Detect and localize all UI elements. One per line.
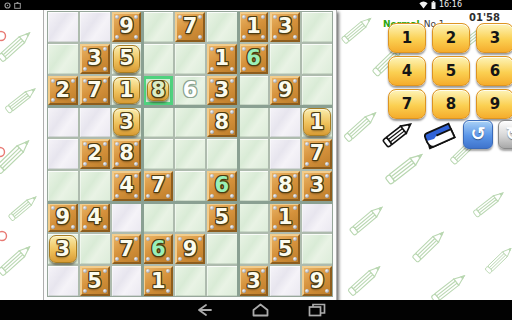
- cell-r1c8[interactable]: 3: [270, 12, 300, 42]
- given-number-plate: 9: [112, 12, 142, 42]
- given-number-plate: 9: [48, 203, 78, 233]
- cell-r2c6[interactable]: 1: [207, 44, 237, 74]
- screw-ornament: [115, 257, 119, 261]
- screw-ornament: [134, 194, 138, 198]
- screw-ornament: [325, 142, 329, 146]
- cell-r8c2[interactable]: [80, 234, 110, 264]
- screw-ornament: [273, 194, 277, 198]
- cell-value: 3: [119, 112, 134, 133]
- cell-value: 5: [278, 239, 293, 260]
- cell-r9c3[interactable]: [112, 266, 142, 296]
- screw-ornament: [83, 47, 87, 51]
- numpad-button-3[interactable]: 3: [476, 23, 512, 53]
- cell-r6c9[interactable]: 3: [302, 171, 332, 201]
- screw-ornament: [305, 269, 309, 273]
- cell-r6c5[interactable]: [175, 171, 205, 201]
- cell-value: 4: [87, 207, 102, 228]
- cell-r4c3[interactable]: 3: [112, 107, 142, 137]
- screw-ornament: [293, 257, 297, 261]
- cell-r4c5[interactable]: [175, 107, 205, 137]
- given-number-plate: 5: [207, 203, 237, 233]
- box-separator-horizontal: [48, 105, 332, 108]
- screw-ornament: [166, 174, 170, 178]
- screw-ornament: [83, 67, 87, 71]
- screw-ornament: [273, 206, 277, 210]
- user-number-tile: 8: [147, 80, 169, 102]
- screw-ornament: [198, 35, 202, 39]
- user-number-tile: 1: [113, 77, 141, 105]
- screw-ornament: [230, 194, 234, 198]
- screw-ornament: [325, 194, 329, 198]
- given-number-plate: 8: [207, 107, 237, 137]
- screw-ornament: [166, 257, 170, 261]
- screw-ornament: [51, 225, 55, 229]
- screw-ornament: [210, 67, 214, 71]
- cell-r5c9[interactable]: 7: [302, 139, 332, 169]
- cell-r1c4[interactable]: [143, 12, 173, 42]
- screw-ornament: [134, 162, 138, 166]
- screw-ornament: [230, 79, 234, 83]
- cell-r2c9[interactable]: [302, 44, 332, 74]
- screw-ornament: [273, 35, 277, 39]
- cell-value: 3: [310, 175, 325, 196]
- red-ring-doodle: [0, 146, 6, 158]
- given-number-plate: 7: [143, 171, 173, 201]
- screw-ornament: [242, 15, 246, 19]
- cell-r5c3[interactable]: 8: [112, 139, 142, 169]
- screw-ornament: [293, 98, 297, 102]
- back-icon: [194, 303, 213, 317]
- cell-r8c6[interactable]: [207, 234, 237, 264]
- screw-ornament: [134, 237, 138, 241]
- given-number-plate: 2: [80, 139, 110, 169]
- screw-ornament: [261, 289, 265, 293]
- screw-ornament: [103, 47, 107, 51]
- cell-r5c7[interactable]: [239, 139, 269, 169]
- screw-ornament: [273, 225, 277, 229]
- status-clock: 16:16: [439, 1, 462, 9]
- screw-ornament: [305, 174, 309, 178]
- screw-ornament: [261, 269, 265, 273]
- recents-button[interactable]: [308, 303, 326, 317]
- given-number-plate: 5: [270, 234, 300, 264]
- numpad-button-4[interactable]: 4: [388, 56, 426, 86]
- cell-value: 5: [214, 207, 229, 228]
- cell-r9c6[interactable]: [207, 266, 237, 296]
- screw-ornament: [146, 194, 150, 198]
- sudoku-grid: 971335162718639381287476839451376955139: [47, 11, 333, 297]
- cell-value: 3: [87, 48, 102, 69]
- screw-ornament: [273, 257, 277, 261]
- screw-ornament: [83, 162, 87, 166]
- cell-r7c6[interactable]: 5: [207, 203, 237, 233]
- screw-ornament: [51, 98, 55, 102]
- screw-ornament: [83, 269, 87, 273]
- cell-r1c3[interactable]: 9: [112, 12, 142, 42]
- number-pad: 123456789: [388, 23, 512, 119]
- wifi-icon: [419, 1, 428, 9]
- cell-value: 2: [87, 143, 102, 164]
- screw-ornament: [242, 35, 246, 39]
- cell-r4c7[interactable]: [239, 107, 269, 137]
- cell-value: 4: [119, 175, 134, 196]
- screw-ornament: [103, 269, 107, 273]
- screw-ornament: [83, 289, 87, 293]
- redo-icon: ↻: [505, 125, 512, 143]
- screw-ornament: [198, 257, 202, 261]
- screw-ornament: [103, 225, 107, 229]
- cell-r3c4[interactable]: 8: [143, 76, 173, 106]
- screw-ornament: [134, 142, 138, 146]
- cell-value: 9: [119, 16, 134, 37]
- screw-ornament: [293, 206, 297, 210]
- screw-ornament: [134, 174, 138, 178]
- cell-r6c1[interactable]: [48, 171, 78, 201]
- screw-ornament: [305, 289, 309, 293]
- timer: 01'58: [469, 12, 500, 23]
- undo-icon: ↺: [470, 125, 485, 143]
- screw-ornament: [210, 174, 214, 178]
- screw-ornament: [166, 194, 170, 198]
- cell-r5c5[interactable]: [175, 139, 205, 169]
- given-number-plate: 7: [80, 76, 110, 106]
- cell-r1c2[interactable]: [80, 12, 110, 42]
- cell-r3c9[interactable]: [302, 76, 332, 106]
- cell-r4c1[interactable]: [48, 107, 78, 137]
- screw-ornament: [273, 174, 277, 178]
- cell-r3c8[interactable]: 9: [270, 76, 300, 106]
- cell-value: 1: [310, 112, 325, 133]
- cell-r9c4[interactable]: 1: [143, 266, 173, 296]
- screw-ornament: [115, 162, 119, 166]
- home-button[interactable]: [251, 303, 270, 317]
- screw-ornament: [134, 15, 138, 19]
- cell-r7c8[interactable]: 1: [270, 203, 300, 233]
- cell-r2c1[interactable]: [48, 44, 78, 74]
- screw-ornament: [166, 289, 170, 293]
- given-number-plate: 3: [239, 266, 269, 296]
- cell-r1c5[interactable]: 7: [175, 12, 205, 42]
- cell-value: 5: [119, 48, 134, 69]
- screw-ornament: [242, 269, 246, 273]
- cell-value: 9: [56, 207, 71, 228]
- screw-ornament: [325, 174, 329, 178]
- cell-r1c6[interactable]: [207, 12, 237, 42]
- cell-r2c8[interactable]: [270, 44, 300, 74]
- cell-r2c2[interactable]: 3: [80, 44, 110, 74]
- cell-r7c4[interactable]: [143, 203, 173, 233]
- screw-ornament: [51, 206, 55, 210]
- cell-r2c3[interactable]: 5: [112, 44, 142, 74]
- numpad-button-1[interactable]: 1: [388, 23, 426, 53]
- cell-r8c9[interactable]: [302, 234, 332, 264]
- red-ring-doodle: [0, 30, 7, 42]
- cell-value: 1: [214, 48, 229, 69]
- screw-ornament: [210, 47, 214, 51]
- cell-r7c2[interactable]: 4: [80, 203, 110, 233]
- screw-ornament: [166, 269, 170, 273]
- screw-ornament: [230, 47, 234, 51]
- screw-ornament: [210, 194, 214, 198]
- screw-ornament: [293, 15, 297, 19]
- screw-ornament: [103, 67, 107, 71]
- screw-ornament: [293, 79, 297, 83]
- given-number-plate: 1: [239, 12, 269, 42]
- screw-ornament: [293, 174, 297, 178]
- cell-r3c5[interactable]: 6: [175, 76, 205, 106]
- cell-r8c5[interactable]: 9: [175, 234, 205, 264]
- user-number-tile: 3: [113, 108, 141, 136]
- screw-ornament: [325, 289, 329, 293]
- pencil-tool-button[interactable]: [379, 117, 417, 151]
- cell-r1c9[interactable]: [302, 12, 332, 42]
- cell-r8c3[interactable]: 7: [112, 234, 142, 264]
- screw-ornament: [166, 237, 170, 241]
- screw-ornament: [146, 257, 150, 261]
- screw-ornament: [103, 289, 107, 293]
- screw-ornament: [198, 15, 202, 19]
- cell-r6c6[interactable]: 6: [207, 171, 237, 201]
- given-number-plate: 6: [143, 234, 173, 264]
- screw-ornament: [178, 15, 182, 19]
- cell-r9c7[interactable]: 3: [239, 266, 269, 296]
- cell-r5c1[interactable]: [48, 139, 78, 169]
- battery-icon: [431, 1, 436, 9]
- given-number-plate: 5: [80, 266, 110, 296]
- cell-value: 8: [119, 143, 134, 164]
- cell-r9c5[interactable]: [175, 266, 205, 296]
- cell-r6c3[interactable]: 4: [112, 171, 142, 201]
- cell-value: 5: [87, 271, 102, 292]
- cell-r8c7[interactable]: [239, 234, 269, 264]
- cell-r6c8[interactable]: 8: [270, 171, 300, 201]
- screw-ornament: [146, 237, 150, 241]
- box-separator-horizontal: [48, 201, 332, 204]
- screw-ornament: [242, 289, 246, 293]
- screw-ornament: [293, 35, 297, 39]
- given-number-plate: 1: [207, 44, 237, 74]
- numpad-button-7[interactable]: 7: [388, 89, 426, 119]
- cell-r5c2[interactable]: 2: [80, 139, 110, 169]
- screw-ornament: [325, 269, 329, 273]
- cell-r7c9[interactable]: [302, 203, 332, 233]
- screw-ornament: [146, 269, 150, 273]
- screw-ornament: [325, 162, 329, 166]
- redo-button[interactable]: ↻: [498, 120, 512, 149]
- given-number-plate: 4: [80, 203, 110, 233]
- cell-r5c4[interactable]: [143, 139, 173, 169]
- screw-ornament: [103, 98, 107, 102]
- status-notification-area: [0, 2, 21, 9]
- cell-value: 1: [246, 16, 261, 37]
- screw-ornament: [273, 15, 277, 19]
- screw-ornament: [146, 289, 150, 293]
- cell-value: 2: [56, 80, 71, 101]
- cell-value: 7: [310, 143, 325, 164]
- cell-r1c1[interactable]: [48, 12, 78, 42]
- eraser-tool-button[interactable]: [422, 118, 458, 150]
- cell-value: 1: [119, 80, 134, 101]
- screw-ornament: [242, 67, 246, 71]
- cell-r9c8[interactable]: [270, 266, 300, 296]
- cell-r4c2[interactable]: [80, 107, 110, 137]
- cell-r2c4[interactable]: [143, 44, 173, 74]
- given-number-plate: 8: [112, 139, 142, 169]
- given-number-plate: 1: [143, 266, 173, 296]
- screw-ornament: [103, 206, 107, 210]
- cell-r9c1[interactable]: [48, 266, 78, 296]
- screw-ornament: [115, 142, 119, 146]
- cell-value: 3: [278, 16, 293, 37]
- cell-r7c7[interactable]: [239, 203, 269, 233]
- given-number-plate: 3: [80, 44, 110, 74]
- cell-r3c1[interactable]: 2: [48, 76, 78, 106]
- given-number-plate: 2: [48, 76, 78, 106]
- cell-value: 3: [56, 239, 71, 260]
- cell-r9c2[interactable]: 5: [80, 266, 110, 296]
- screw-ornament: [51, 79, 55, 83]
- cell-r4c6[interactable]: 8: [207, 107, 237, 137]
- screw-ornament: [71, 79, 75, 83]
- given-number-plate: 3: [270, 12, 300, 42]
- given-number-plate: 3: [302, 171, 332, 201]
- cell-value: 8: [278, 175, 293, 196]
- cell-r3c6[interactable]: 3: [207, 76, 237, 106]
- screw-ornament: [230, 67, 234, 71]
- screw-ornament: [178, 237, 182, 241]
- screw-ornament: [103, 162, 107, 166]
- user-number-tile: 1: [303, 108, 331, 136]
- cell-value: 6: [151, 239, 166, 260]
- given-number-plate: 7: [175, 12, 205, 42]
- screw-ornament: [230, 110, 234, 114]
- cell-r8c8[interactable]: 5: [270, 234, 300, 264]
- screw-ornament: [242, 47, 246, 51]
- cell-r2c7[interactable]: 6: [239, 44, 269, 74]
- tool-bar: ↺ ↻: [379, 117, 512, 151]
- screw-ornament: [230, 174, 234, 178]
- screw-ornament: [83, 142, 87, 146]
- plain-number: 6: [175, 76, 205, 106]
- user-number-tile: 3: [49, 235, 77, 263]
- screw-ornament: [103, 142, 107, 146]
- cell-r5c8[interactable]: [270, 139, 300, 169]
- numpad-button-6[interactable]: 6: [476, 56, 512, 86]
- cell-r2c5[interactable]: [175, 44, 205, 74]
- screw-ornament: [198, 237, 202, 241]
- undo-button[interactable]: ↺: [463, 120, 493, 149]
- cell-r8c1[interactable]: 3: [48, 234, 78, 264]
- pencil-doodle: [3, 82, 42, 116]
- screw-ornament: [134, 35, 138, 39]
- pencil-icon: [379, 117, 417, 151]
- sudoku-board: 971335162718639381287476839451376955139: [44, 8, 336, 300]
- screw-ornament: [305, 162, 309, 166]
- screw-ornament: [305, 142, 309, 146]
- screw-ornament: [293, 225, 297, 229]
- given-number-plate: 7: [112, 234, 142, 264]
- screw-ornament: [103, 79, 107, 83]
- screw-ornament: [293, 194, 297, 198]
- cell-r3c7[interactable]: [239, 76, 269, 106]
- screw-ornament: [115, 174, 119, 178]
- cell-value: 9: [278, 80, 293, 101]
- cell-value: 3: [246, 271, 261, 292]
- cell-value: 6: [214, 175, 229, 196]
- screw-ornament: [210, 79, 214, 83]
- cell-r6c4[interactable]: 7: [143, 171, 173, 201]
- cell-value: 3: [214, 80, 229, 101]
- screw-ornament: [230, 130, 234, 134]
- cell-r6c7[interactable]: [239, 171, 269, 201]
- cell-value: 8: [151, 80, 166, 101]
- box-separator-vertical: [237, 12, 240, 296]
- cell-r1c7[interactable]: 1: [239, 12, 269, 42]
- given-number-plate: 3: [207, 76, 237, 106]
- status-system-area: 16:16: [419, 1, 462, 9]
- cell-r5c6[interactable]: [207, 139, 237, 169]
- cell-r3c2[interactable]: 7: [80, 76, 110, 106]
- cell-r4c9[interactable]: 1: [302, 107, 332, 137]
- given-number-plate: 6: [239, 44, 269, 74]
- screw-ornament: [115, 237, 119, 241]
- cell-r9c9[interactable]: 9: [302, 266, 332, 296]
- screw-ornament: [83, 79, 87, 83]
- screw-ornament: [115, 194, 119, 198]
- android-status-bar: 16:16: [0, 0, 512, 10]
- cell-r4c8[interactable]: [270, 107, 300, 137]
- screw-ornament: [134, 257, 138, 261]
- numpad-button-5[interactable]: 5: [432, 56, 470, 86]
- numpad-button-2[interactable]: 2: [432, 23, 470, 53]
- cell-r7c3[interactable]: [112, 203, 142, 233]
- cell-value: 7: [151, 175, 166, 196]
- numpad-button-9[interactable]: 9: [476, 89, 512, 119]
- screw-ornament: [230, 225, 234, 229]
- cell-value: 6: [246, 48, 261, 69]
- cell-value: 1: [151, 271, 166, 292]
- user-number-tile: 5: [113, 45, 141, 73]
- given-number-plate: 9: [302, 266, 332, 296]
- given-number-plate: 9: [270, 76, 300, 106]
- box-separator-vertical: [141, 12, 144, 296]
- back-button[interactable]: [194, 303, 213, 317]
- cell-value: 6: [183, 80, 198, 101]
- cell-value: 9: [183, 239, 198, 260]
- screw-ornament: [71, 206, 75, 210]
- home-icon: [251, 303, 270, 317]
- screw-ornament: [71, 98, 75, 102]
- numpad-button-8[interactable]: 8: [432, 89, 470, 119]
- recents-icon: [308, 303, 326, 317]
- cell-r7c5[interactable]: [175, 203, 205, 233]
- screw-ornament: [71, 225, 75, 229]
- cell-r4c4[interactable]: [143, 107, 173, 137]
- cell-r3c3[interactable]: 1: [112, 76, 142, 106]
- given-number-plate: 7: [302, 139, 332, 169]
- screw-ornament: [178, 35, 182, 39]
- given-number-plate: 4: [112, 171, 142, 201]
- screw-ornament: [83, 206, 87, 210]
- screw-ornament: [230, 206, 234, 210]
- side-panel: NormalNo.1 01'58 123456789: [337, 10, 512, 300]
- android-navbar: [0, 300, 512, 320]
- screen: 16:16 9713351627186393812874768394513769…: [0, 0, 512, 320]
- cell-r8c4[interactable]: 6: [143, 234, 173, 264]
- cell-r6c2[interactable]: [80, 171, 110, 201]
- screw-ornament: [273, 98, 277, 102]
- cell-r7c1[interactable]: 9: [48, 203, 78, 233]
